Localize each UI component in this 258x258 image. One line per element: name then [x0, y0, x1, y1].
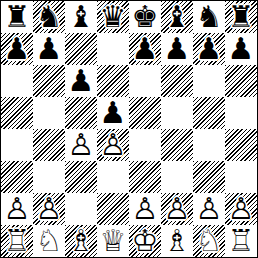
white-bishop: ♝ — [65, 225, 97, 257]
square-h2[interactable]: ♟♙ — [225, 193, 257, 225]
black-bishop: ♝ — [161, 1, 193, 33]
white-bishop-outline-icon: ♗ — [65, 225, 97, 257]
white-pawn: ♟ — [33, 193, 65, 225]
square-b6[interactable] — [33, 65, 65, 97]
black-pawn: ♟ — [129, 33, 161, 65]
square-b4[interactable] — [33, 129, 65, 161]
white-pawn: ♟ — [129, 193, 161, 225]
square-d6[interactable] — [97, 65, 129, 97]
white-queen-outline-icon: ♕ — [97, 225, 129, 257]
black-rook: ♜ — [225, 1, 257, 33]
square-c8[interactable]: ♝ — [65, 1, 97, 33]
black-pawn: ♟ — [1, 33, 33, 65]
square-f4[interactable] — [161, 129, 193, 161]
white-pawn-outline-icon: ♙ — [193, 193, 225, 225]
white-rook-outline-icon: ♖ — [1, 225, 33, 257]
white-pawn: ♟ — [225, 193, 257, 225]
square-c6[interactable]: ♟ — [65, 65, 97, 97]
square-f3[interactable] — [161, 161, 193, 193]
square-a4[interactable] — [1, 129, 33, 161]
square-c7[interactable] — [65, 33, 97, 65]
square-f7[interactable]: ♟ — [161, 33, 193, 65]
square-f8[interactable]: ♝ — [161, 1, 193, 33]
square-b3[interactable] — [33, 161, 65, 193]
square-a3[interactable] — [1, 161, 33, 193]
white-pawn: ♟ — [161, 193, 193, 225]
white-pawn-outline-icon: ♙ — [161, 193, 193, 225]
square-a1[interactable]: ♜♖ — [1, 225, 33, 257]
square-b5[interactable] — [33, 97, 65, 129]
square-e6[interactable] — [129, 65, 161, 97]
white-knight-outline-icon: ♘ — [193, 225, 225, 257]
square-h7[interactable]: ♟ — [225, 33, 257, 65]
black-rook: ♜ — [1, 1, 33, 33]
square-e7[interactable]: ♟ — [129, 33, 161, 65]
white-king-outline-icon: ♔ — [129, 225, 161, 257]
square-d3[interactable] — [97, 161, 129, 193]
black-bishop: ♝ — [65, 1, 97, 33]
square-c1[interactable]: ♝♗ — [65, 225, 97, 257]
square-h4[interactable] — [225, 129, 257, 161]
square-g1[interactable]: ♞♘ — [193, 225, 225, 257]
square-e3[interactable] — [129, 161, 161, 193]
black-pawn: ♟ — [225, 33, 257, 65]
white-knight-outline-icon: ♘ — [33, 225, 65, 257]
square-h1[interactable]: ♜♖ — [225, 225, 257, 257]
black-king: ♚ — [129, 1, 161, 33]
square-b8[interactable]: ♞ — [33, 1, 65, 33]
square-g4[interactable] — [193, 129, 225, 161]
black-pawn: ♟ — [161, 33, 193, 65]
square-g2[interactable]: ♟♙ — [193, 193, 225, 225]
square-f6[interactable] — [161, 65, 193, 97]
square-a7[interactable]: ♟ — [1, 33, 33, 65]
square-c2[interactable] — [65, 193, 97, 225]
white-bishop: ♝ — [161, 225, 193, 257]
square-d2[interactable] — [97, 193, 129, 225]
white-pawn: ♟ — [65, 129, 97, 161]
square-f2[interactable]: ♟♙ — [161, 193, 193, 225]
white-pawn: ♟ — [193, 193, 225, 225]
square-g5[interactable] — [193, 97, 225, 129]
square-h8[interactable]: ♜ — [225, 1, 257, 33]
white-knight: ♞ — [193, 225, 225, 257]
black-queen: ♛ — [97, 1, 129, 33]
square-e5[interactable] — [129, 97, 161, 129]
square-d7[interactable] — [97, 33, 129, 65]
square-c4[interactable]: ♟♙ — [65, 129, 97, 161]
black-pawn: ♟ — [97, 97, 129, 129]
square-b1[interactable]: ♞♘ — [33, 225, 65, 257]
square-d8[interactable]: ♛ — [97, 1, 129, 33]
black-pawn: ♟ — [33, 33, 65, 65]
square-f1[interactable]: ♝♗ — [161, 225, 193, 257]
square-d5[interactable]: ♟ — [97, 97, 129, 129]
square-e8[interactable]: ♚ — [129, 1, 161, 33]
square-c3[interactable] — [65, 161, 97, 193]
square-h6[interactable] — [225, 65, 257, 97]
black-knight: ♞ — [33, 1, 65, 33]
square-e2[interactable]: ♟♙ — [129, 193, 161, 225]
square-a2[interactable]: ♟♙ — [1, 193, 33, 225]
black-knight: ♞ — [193, 1, 225, 33]
chess-board-frame: ♜♞♝♛♚♝♞♜♟♟♟♟♟♟♟♟♟♙♟♙♟♙♟♙♟♙♟♙♟♙♟♙♜♖♞♘♝♗♛♕… — [0, 0, 258, 258]
white-bishop-outline-icon: ♗ — [161, 225, 193, 257]
white-pawn-outline-icon: ♙ — [1, 193, 33, 225]
square-g3[interactable] — [193, 161, 225, 193]
square-g7[interactable]: ♟ — [193, 33, 225, 65]
black-pawn: ♟ — [193, 33, 225, 65]
square-h5[interactable] — [225, 97, 257, 129]
square-g6[interactable] — [193, 65, 225, 97]
square-g8[interactable]: ♞ — [193, 1, 225, 33]
white-pawn-outline-icon: ♙ — [33, 193, 65, 225]
white-pawn-outline-icon: ♙ — [129, 193, 161, 225]
white-pawn-outline-icon: ♙ — [225, 193, 257, 225]
white-knight: ♞ — [33, 225, 65, 257]
square-e1[interactable]: ♚♔ — [129, 225, 161, 257]
square-d1[interactable]: ♛♕ — [97, 225, 129, 257]
white-king: ♚ — [129, 225, 161, 257]
square-b2[interactable]: ♟♙ — [33, 193, 65, 225]
white-pawn-outline-icon: ♙ — [97, 129, 129, 161]
square-f5[interactable] — [161, 97, 193, 129]
white-rook: ♜ — [225, 225, 257, 257]
square-e4[interactable] — [129, 129, 161, 161]
white-rook-outline-icon: ♖ — [225, 225, 257, 257]
white-pawn: ♟ — [97, 129, 129, 161]
square-d4[interactable]: ♟♙ — [97, 129, 129, 161]
square-a5[interactable] — [1, 97, 33, 129]
white-pawn-outline-icon: ♙ — [65, 129, 97, 161]
square-a8[interactable]: ♜ — [1, 1, 33, 33]
white-rook: ♜ — [1, 225, 33, 257]
black-pawn: ♟ — [65, 65, 97, 97]
square-h3[interactable] — [225, 161, 257, 193]
square-a6[interactable] — [1, 65, 33, 97]
square-b7[interactable]: ♟ — [33, 33, 65, 65]
white-pawn: ♟ — [1, 193, 33, 225]
square-c5[interactable] — [65, 97, 97, 129]
white-queen: ♛ — [97, 225, 129, 257]
chess-board: ♜♞♝♛♚♝♞♜♟♟♟♟♟♟♟♟♟♙♟♙♟♙♟♙♟♙♟♙♟♙♟♙♜♖♞♘♝♗♛♕… — [1, 1, 257, 257]
